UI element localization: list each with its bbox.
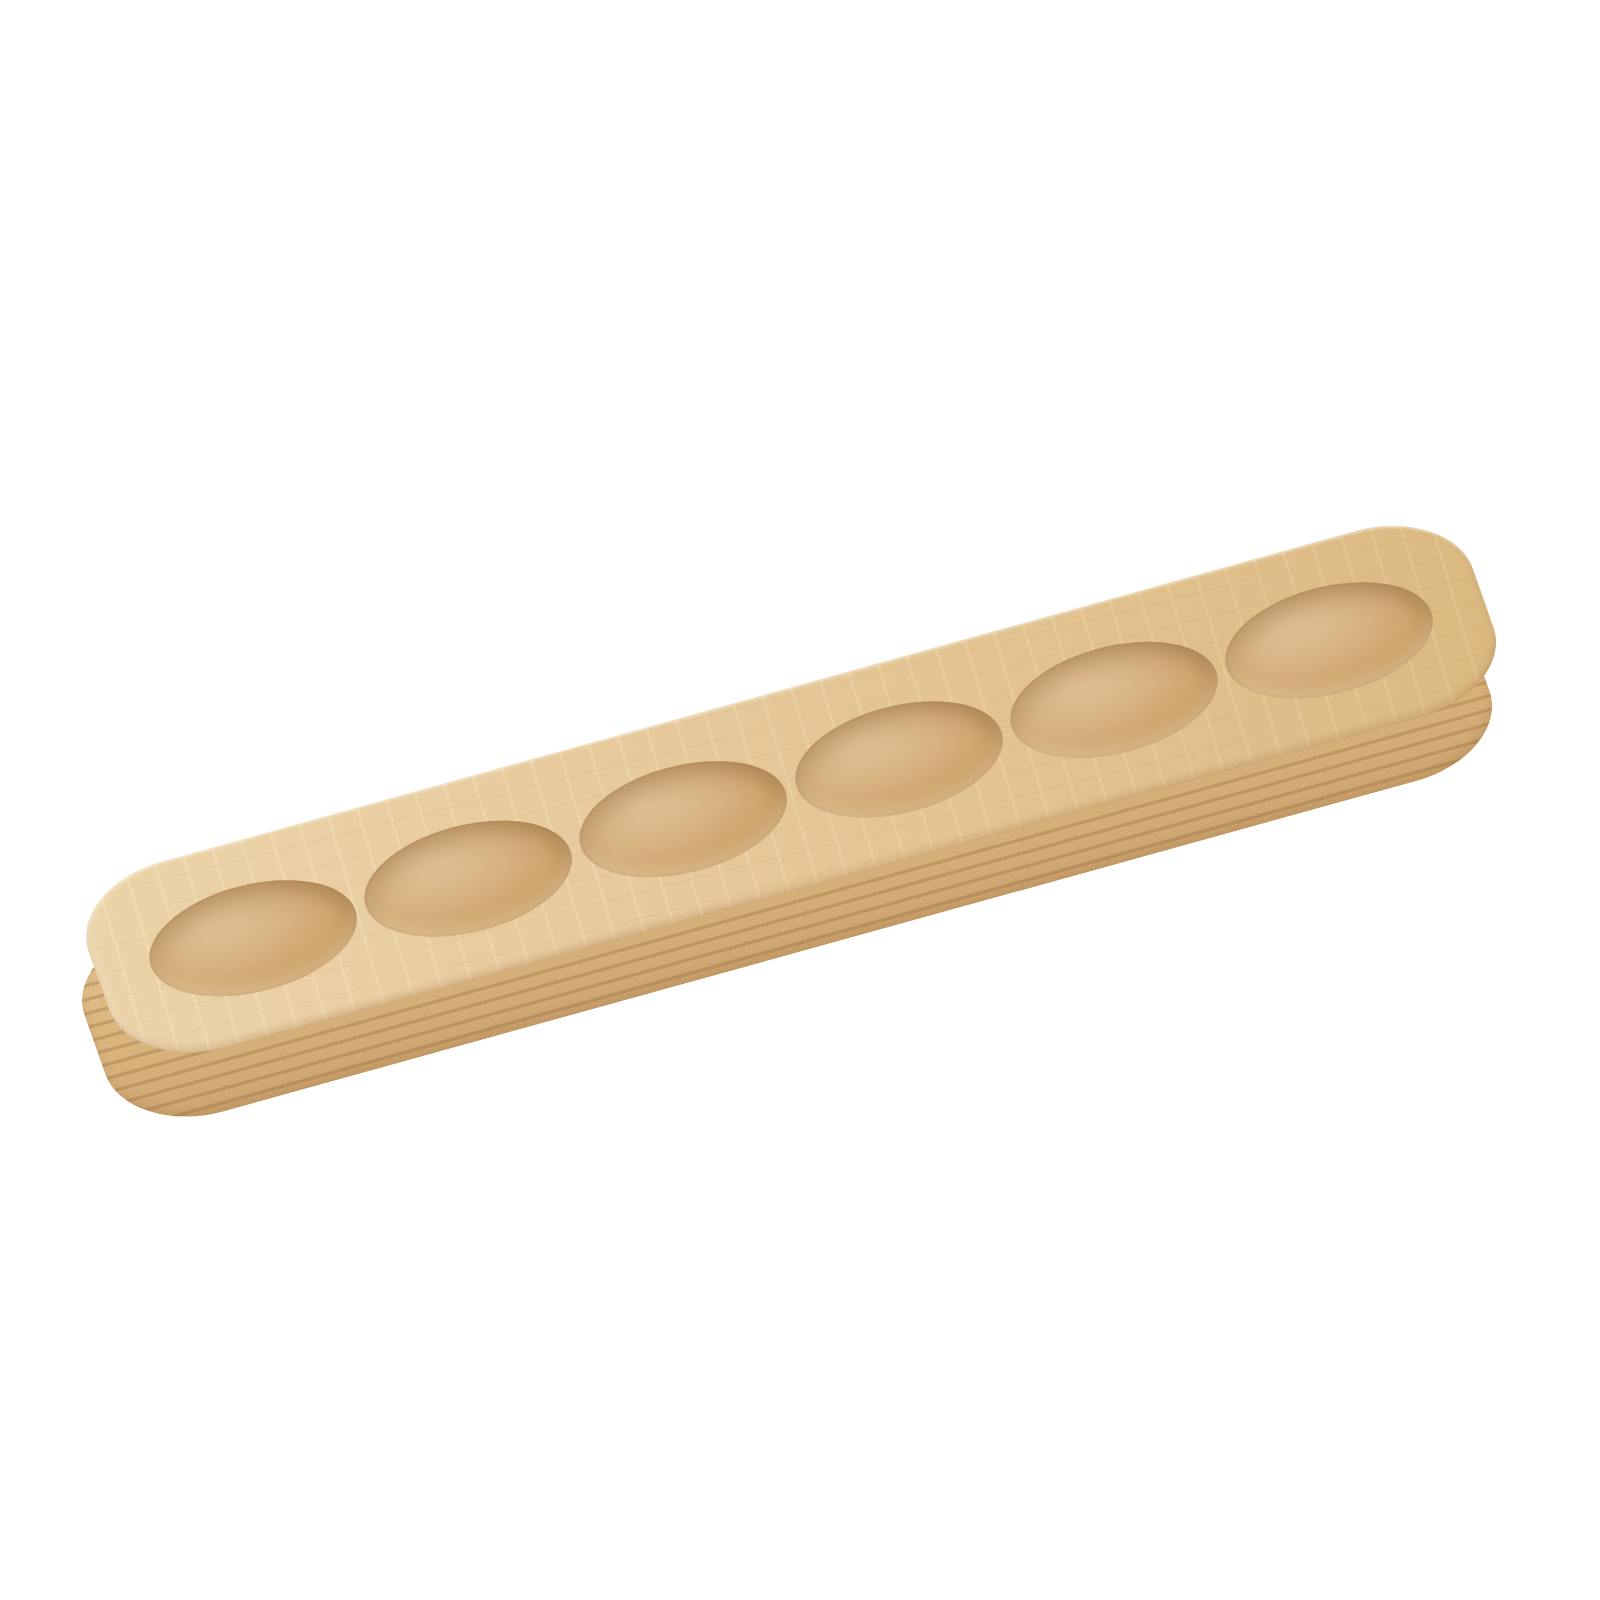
product-photo-scene bbox=[0, 0, 1600, 1600]
pit-hollow-1 bbox=[133, 859, 373, 1017]
pit-hollow-5 bbox=[994, 621, 1234, 779]
pit-hollow-2 bbox=[348, 800, 588, 958]
pit-hollow-4 bbox=[779, 680, 1019, 838]
pit-hollow-6 bbox=[1209, 561, 1449, 719]
pit-hollow-3 bbox=[563, 740, 803, 898]
